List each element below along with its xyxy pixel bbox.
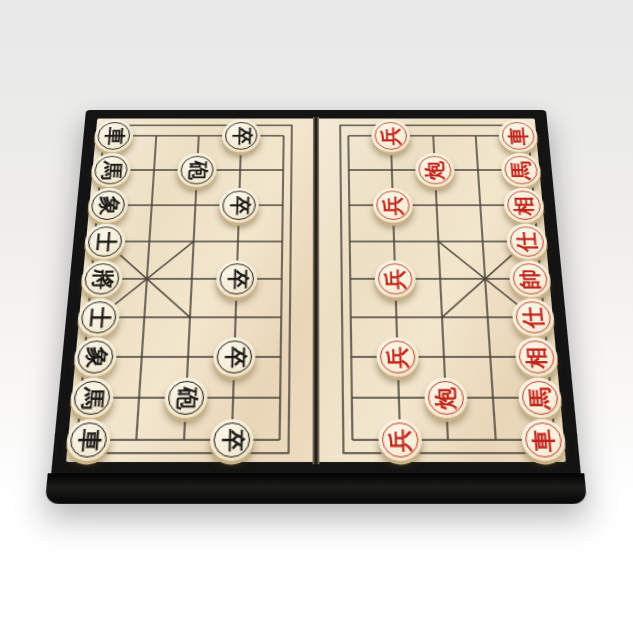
piece-glyph: 卒 xyxy=(225,269,248,289)
piece-glyph: 車 xyxy=(507,127,530,145)
piece-glyph: 馬 xyxy=(527,387,552,409)
piece-red-elephant[interactable]: 相 xyxy=(514,337,559,376)
piece-red-cannon[interactable]: 炮 xyxy=(424,378,469,418)
pieces-layer: 車馬象士將士象馬車砲砲卒卒卒卒卒兵兵兵兵兵炮炮車馬相仕帥仕相馬車 xyxy=(51,110,581,473)
piece-black-elephant[interactable]: 象 xyxy=(87,188,129,223)
piece-red-soldier[interactable]: 兵 xyxy=(378,419,423,461)
piece-red-elephant[interactable]: 相 xyxy=(503,188,545,223)
piece-glyph: 兵 xyxy=(386,346,410,368)
piece-red-soldier[interactable]: 兵 xyxy=(376,337,419,376)
piece-red-general[interactable]: 帥 xyxy=(508,261,552,298)
piece-glyph: 士 xyxy=(93,232,117,252)
piece-glyph: 相 xyxy=(524,346,549,368)
piece-glyph: 象 xyxy=(83,346,108,368)
piece-glyph: 車 xyxy=(531,428,557,451)
piece-glyph: 兵 xyxy=(384,269,407,289)
piece-black-soldier[interactable]: 卒 xyxy=(216,261,258,298)
piece-black-general[interactable]: 將 xyxy=(80,261,124,298)
board-front-edge xyxy=(45,473,587,504)
piece-black-chariot[interactable]: 車 xyxy=(93,119,134,152)
piece-red-horse[interactable]: 馬 xyxy=(517,378,563,418)
piece-black-soldier[interactable]: 卒 xyxy=(219,188,260,223)
piece-glyph: 兵 xyxy=(388,428,413,451)
piece-glyph: 卒 xyxy=(230,127,252,145)
piece-glyph: 將 xyxy=(90,269,114,289)
piece-black-soldier[interactable]: 卒 xyxy=(209,419,254,461)
piece-glyph: 仕 xyxy=(515,232,539,252)
xiangqi-board-3d-wrapper: 車馬象士將士象馬車砲砲卒卒卒卒卒兵兵兵兵兵炮炮車馬相仕帥仕相馬車 xyxy=(51,110,581,473)
piece-glyph: 車 xyxy=(102,127,125,145)
piece-red-cannon[interactable]: 炮 xyxy=(415,153,456,187)
piece-glyph: 卒 xyxy=(222,346,246,368)
piece-glyph: 象 xyxy=(96,196,119,215)
piece-red-chariot[interactable]: 車 xyxy=(520,419,567,461)
piece-glyph: 卒 xyxy=(219,428,244,451)
piece-glyph: 卒 xyxy=(228,196,250,215)
piece-glyph: 兵 xyxy=(382,196,404,215)
piece-glyph: 馬 xyxy=(99,161,122,180)
piece-black-horse[interactable]: 馬 xyxy=(90,153,132,187)
board-frame: 車馬象士將士象馬車砲砲卒卒卒卒卒兵兵兵兵兵炮炮車馬相仕帥仕相馬車 xyxy=(51,110,581,473)
piece-red-advisor[interactable]: 仕 xyxy=(511,298,555,336)
piece-glyph: 車 xyxy=(76,428,102,451)
piece-black-advisor[interactable]: 士 xyxy=(83,224,126,260)
piece-glyph: 炮 xyxy=(424,161,446,180)
piece-glyph: 士 xyxy=(86,307,111,328)
piece-black-cannon[interactable]: 砲 xyxy=(177,153,218,187)
piece-glyph: 砲 xyxy=(186,161,208,180)
piece-black-soldier[interactable]: 卒 xyxy=(213,337,256,376)
piece-glyph: 帥 xyxy=(518,269,542,289)
piece-black-elephant[interactable]: 象 xyxy=(73,337,118,376)
piece-black-chariot[interactable]: 車 xyxy=(65,419,112,461)
piece-glyph: 仕 xyxy=(521,307,546,328)
piece-glyph: 兵 xyxy=(380,127,402,145)
piece-red-chariot[interactable]: 車 xyxy=(498,119,539,152)
piece-black-advisor[interactable]: 士 xyxy=(76,298,120,336)
piece-red-horse[interactable]: 馬 xyxy=(500,153,542,187)
piece-black-cannon[interactable]: 砲 xyxy=(164,378,209,418)
piece-glyph: 相 xyxy=(512,196,535,215)
piece-glyph: 砲 xyxy=(174,387,199,409)
piece-glyph: 炮 xyxy=(434,387,459,409)
piece-glyph: 馬 xyxy=(79,387,104,409)
piece-glyph: 馬 xyxy=(509,161,532,180)
piece-red-soldier[interactable]: 兵 xyxy=(371,119,410,152)
piece-red-soldier[interactable]: 兵 xyxy=(374,261,416,298)
piece-red-advisor[interactable]: 仕 xyxy=(506,224,549,260)
piece-red-soldier[interactable]: 兵 xyxy=(373,188,414,223)
piece-black-soldier[interactable]: 卒 xyxy=(221,119,260,152)
piece-black-horse[interactable]: 馬 xyxy=(69,378,115,418)
product-photo-scene: 車馬象士將士象馬車砲砲卒卒卒卒卒兵兵兵兵兵炮炮車馬相仕帥仕相馬車 xyxy=(0,0,633,633)
